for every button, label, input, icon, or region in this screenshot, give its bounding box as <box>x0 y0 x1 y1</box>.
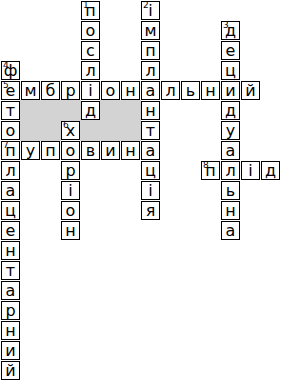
empty-cell <box>181 161 200 180</box>
empty-cell <box>101 221 120 240</box>
empty-cell <box>81 321 100 340</box>
empty-cell <box>221 361 240 380</box>
empty-cell <box>181 61 200 80</box>
empty-cell <box>201 141 220 160</box>
cell-r10-c3[interactable]: о <box>61 201 80 220</box>
cell-r5-c4[interactable]: д <box>81 101 100 120</box>
empty-cell <box>41 261 60 280</box>
crossword-board: 1п2іом3дспе4фллц5ембріональнийтдндо6хту7… <box>0 0 281 381</box>
cell-r0-c4[interactable]: 1п <box>81 1 100 20</box>
empty-cell <box>61 341 80 360</box>
empty-cell <box>41 41 60 60</box>
cell-r9-c7[interactable]: і <box>141 181 160 200</box>
empty-cell <box>161 181 180 200</box>
cell-r10-c11[interactable]: н <box>221 201 240 220</box>
empty-cell <box>101 301 120 320</box>
cell-r4-c11[interactable]: и <box>221 81 240 100</box>
empty-cell <box>121 321 140 340</box>
empty-cell <box>221 341 240 360</box>
cell-r11-c0[interactable]: е <box>1 221 20 240</box>
empty-cell <box>201 21 220 40</box>
cell-r4-c9[interactable]: ь <box>181 81 200 100</box>
empty-cell <box>101 21 120 40</box>
empty-cell <box>161 281 180 300</box>
empty-cell <box>21 21 40 40</box>
cell-r3-c0[interactable]: 4ф <box>1 61 20 80</box>
empty-cell <box>201 321 220 340</box>
empty-cell <box>41 301 60 320</box>
empty-cell <box>141 341 160 360</box>
cell-r16-c0[interactable]: н <box>1 321 20 340</box>
empty-cell <box>261 101 280 120</box>
clue-number-3: 3 <box>223 21 229 30</box>
empty-cell <box>261 301 280 320</box>
empty-cell <box>141 321 160 340</box>
empty-cell <box>181 41 200 60</box>
empty-cell <box>101 61 120 80</box>
empty-cell <box>241 321 260 340</box>
blocked-cell <box>80 120 101 141</box>
cell-r7-c2[interactable]: п <box>41 141 60 160</box>
cell-r4-c8[interactable]: л <box>161 81 180 100</box>
cell-r4-c1[interactable]: м <box>21 81 40 100</box>
empty-cell <box>21 221 40 240</box>
cell-r0-c7[interactable]: 2і <box>141 1 160 20</box>
empty-cell <box>21 1 40 20</box>
empty-cell <box>101 181 120 200</box>
empty-cell <box>241 201 260 220</box>
empty-cell <box>241 341 260 360</box>
cell-r8-c0[interactable]: л <box>1 161 20 180</box>
empty-cell <box>141 221 160 240</box>
empty-cell <box>261 181 280 200</box>
empty-cell <box>81 181 100 200</box>
empty-cell <box>181 221 200 240</box>
empty-cell <box>101 261 120 280</box>
empty-cell <box>101 321 120 340</box>
cell-r5-c0[interactable]: т <box>1 101 20 120</box>
empty-cell <box>201 181 220 200</box>
empty-cell <box>41 341 60 360</box>
empty-cell <box>141 241 160 260</box>
empty-cell <box>121 161 140 180</box>
empty-cell <box>201 301 220 320</box>
cell-r3-c4[interactable]: л <box>81 61 100 80</box>
empty-cell <box>261 41 280 60</box>
cell-r18-c0[interactable]: й <box>1 361 20 380</box>
cell-r11-c3[interactable]: н <box>61 221 80 240</box>
cell-r4-c7[interactable]: а <box>141 81 160 100</box>
empty-cell <box>161 241 180 260</box>
clue-number-6: 6 <box>63 121 69 130</box>
empty-cell <box>161 141 180 160</box>
blocked-cell <box>40 100 61 121</box>
cell-r4-c4[interactable]: і <box>81 81 100 100</box>
empty-cell <box>261 281 280 300</box>
cell-r1-c7[interactable]: м <box>141 21 160 40</box>
cell-r7-c5[interactable]: и <box>101 141 120 160</box>
cell-r10-c7[interactable]: я <box>141 201 160 220</box>
empty-cell <box>261 321 280 340</box>
empty-cell <box>161 361 180 380</box>
empty-cell <box>161 161 180 180</box>
cell-r5-c11[interactable]: д <box>221 101 240 120</box>
cell-r8-c10[interactable]: 8п <box>201 161 220 180</box>
cell-r3-c7[interactable]: л <box>141 61 160 80</box>
empty-cell <box>121 241 140 260</box>
empty-cell <box>201 101 220 120</box>
empty-cell <box>201 1 220 20</box>
cell-r8-c11[interactable]: л <box>221 161 240 180</box>
empty-cell <box>261 141 280 160</box>
empty-cell <box>201 121 220 140</box>
empty-cell <box>61 21 80 40</box>
cell-r15-c0[interactable]: р <box>1 301 20 320</box>
empty-cell <box>221 321 240 340</box>
empty-cell <box>241 221 260 240</box>
cell-r6-c3[interactable]: 6х <box>61 121 80 140</box>
empty-cell <box>181 121 200 140</box>
cell-r1-c4[interactable]: о <box>81 21 100 40</box>
empty-cell <box>21 201 40 220</box>
empty-cell <box>261 61 280 80</box>
empty-cell <box>61 261 80 280</box>
empty-cell <box>81 241 100 260</box>
empty-cell <box>61 301 80 320</box>
blocked-cell <box>100 100 121 121</box>
empty-cell <box>181 201 200 220</box>
cell-r4-c6[interactable]: н <box>121 81 140 100</box>
empty-cell <box>181 1 200 20</box>
empty-cell <box>121 221 140 240</box>
cell-r4-c12[interactable]: й <box>241 81 260 100</box>
empty-cell <box>201 341 220 360</box>
cell-r9-c11[interactable]: ь <box>221 181 240 200</box>
empty-cell <box>101 241 120 260</box>
empty-cell <box>241 141 260 160</box>
cell-r8-c7[interactable]: ц <box>141 161 160 180</box>
cell-r4-c10[interactable]: н <box>201 81 220 100</box>
empty-cell <box>61 61 80 80</box>
empty-cell <box>121 361 140 380</box>
clue-number-5: 5 <box>3 81 9 90</box>
empty-cell <box>61 1 80 20</box>
empty-cell <box>241 101 260 120</box>
cell-r1-c11[interactable]: 3д <box>221 21 240 40</box>
cell-r13-c0[interactable]: т <box>1 261 20 280</box>
cell-r14-c0[interactable]: а <box>1 281 20 300</box>
blocked-cell <box>100 120 121 141</box>
empty-cell <box>41 281 60 300</box>
empty-cell <box>21 161 40 180</box>
cell-r7-c4[interactable]: в <box>81 141 100 160</box>
empty-cell <box>181 261 200 280</box>
empty-cell <box>241 61 260 80</box>
empty-cell <box>201 241 220 260</box>
empty-cell <box>161 121 180 140</box>
clue-number-2: 2 <box>143 1 149 10</box>
blocked-cell <box>120 100 141 121</box>
empty-cell <box>201 221 220 240</box>
empty-cell <box>201 61 220 80</box>
empty-cell <box>1 41 20 60</box>
empty-cell <box>201 201 220 220</box>
empty-cell <box>101 281 120 300</box>
empty-cell <box>81 301 100 320</box>
empty-cell <box>21 261 40 280</box>
empty-cell <box>101 201 120 220</box>
cell-r2-c4[interactable]: с <box>81 41 100 60</box>
empty-cell <box>161 261 180 280</box>
empty-cell <box>41 221 60 240</box>
empty-cell <box>221 1 240 20</box>
empty-cell <box>161 341 180 360</box>
empty-cell <box>1 1 20 20</box>
cell-r4-c5[interactable]: о <box>101 81 120 100</box>
empty-cell <box>121 21 140 40</box>
empty-cell <box>221 261 240 280</box>
empty-cell <box>121 61 140 80</box>
clue-number-8: 8 <box>203 161 209 170</box>
empty-cell <box>121 201 140 220</box>
empty-cell <box>101 1 120 20</box>
empty-cell <box>161 61 180 80</box>
empty-cell <box>161 1 180 20</box>
empty-cell <box>181 101 200 120</box>
empty-cell <box>61 41 80 60</box>
cell-r7-c0[interactable]: 7п <box>1 141 20 160</box>
empty-cell <box>121 181 140 200</box>
empty-cell <box>161 201 180 220</box>
cell-r10-c0[interactable]: ц <box>1 201 20 220</box>
empty-cell <box>261 121 280 140</box>
empty-cell <box>41 61 60 80</box>
blocked-cell <box>120 120 141 141</box>
clue-number-4: 4 <box>3 61 9 70</box>
empty-cell <box>241 181 260 200</box>
empty-cell <box>261 201 280 220</box>
empty-cell <box>161 321 180 340</box>
empty-cell <box>201 41 220 60</box>
empty-cell <box>181 341 200 360</box>
empty-cell <box>21 241 40 260</box>
empty-cell <box>81 341 100 360</box>
empty-cell <box>41 241 60 260</box>
empty-cell <box>61 241 80 260</box>
empty-cell <box>21 181 40 200</box>
empty-cell <box>61 281 80 300</box>
blocked-cell <box>60 100 81 121</box>
empty-cell <box>261 341 280 360</box>
cell-r8-c3[interactable]: р <box>61 161 80 180</box>
empty-cell <box>121 1 140 20</box>
cell-r7-c3[interactable]: о <box>61 141 80 160</box>
empty-cell <box>121 41 140 60</box>
empty-cell <box>41 1 60 20</box>
clue-number-7: 7 <box>3 141 9 150</box>
empty-cell <box>181 301 200 320</box>
empty-cell <box>21 61 40 80</box>
empty-cell <box>61 321 80 340</box>
cell-r2-c7[interactable]: п <box>141 41 160 60</box>
empty-cell <box>181 141 200 160</box>
cell-r6-c0[interactable]: о <box>1 121 20 140</box>
cell-r8-c13[interactable]: д <box>261 161 280 180</box>
empty-cell <box>81 161 100 180</box>
empty-cell <box>181 241 200 260</box>
empty-cell <box>121 341 140 360</box>
empty-cell <box>141 301 160 320</box>
clue-number-1: 1 <box>83 1 89 10</box>
empty-cell <box>241 121 260 140</box>
cell-r9-c3[interactable]: і <box>61 181 80 200</box>
cell-r4-c2[interactable]: б <box>41 81 60 100</box>
empty-cell <box>201 361 220 380</box>
empty-cell <box>41 361 60 380</box>
cell-r7-c6[interactable]: н <box>121 141 140 160</box>
empty-cell <box>21 361 40 380</box>
cell-r6-c11[interactable]: у <box>221 121 240 140</box>
empty-cell <box>241 261 260 280</box>
cell-r6-c7[interactable]: т <box>141 121 160 140</box>
empty-cell <box>261 261 280 280</box>
blocked-cell <box>20 100 41 121</box>
empty-cell <box>201 281 220 300</box>
empty-cell <box>41 201 60 220</box>
cell-r7-c11[interactable]: а <box>221 141 240 160</box>
empty-cell <box>261 241 280 260</box>
empty-cell <box>81 221 100 240</box>
empty-cell <box>141 281 160 300</box>
empty-cell <box>121 281 140 300</box>
blocked-cell <box>40 120 61 141</box>
empty-cell <box>161 221 180 240</box>
cell-r5-c7[interactable]: н <box>141 101 160 120</box>
empty-cell <box>81 261 100 280</box>
empty-cell <box>261 361 280 380</box>
empty-cell <box>241 361 260 380</box>
cell-r8-c12[interactable]: і <box>241 161 260 180</box>
empty-cell <box>21 281 40 300</box>
empty-cell <box>241 1 260 20</box>
empty-cell <box>41 181 60 200</box>
empty-cell <box>21 341 40 360</box>
empty-cell <box>41 161 60 180</box>
cell-r4-c0[interactable]: 5е <box>1 81 20 100</box>
empty-cell <box>1 21 20 40</box>
empty-cell <box>161 301 180 320</box>
empty-cell <box>21 41 40 60</box>
empty-cell <box>141 361 160 380</box>
empty-cell <box>61 361 80 380</box>
empty-cell <box>101 341 120 360</box>
cell-r2-c11[interactable]: е <box>221 41 240 60</box>
cell-r9-c0[interactable]: а <box>1 181 20 200</box>
empty-cell <box>121 261 140 280</box>
empty-cell <box>161 41 180 60</box>
empty-cell <box>181 321 200 340</box>
empty-cell <box>101 41 120 60</box>
empty-cell <box>81 201 100 220</box>
empty-cell <box>41 21 60 40</box>
empty-cell <box>261 221 280 240</box>
cell-r12-c0[interactable]: н <box>1 241 20 260</box>
cell-r4-c3[interactable]: р <box>61 81 80 100</box>
empty-cell <box>241 41 260 60</box>
blocked-cell <box>20 120 41 141</box>
empty-cell <box>241 301 260 320</box>
empty-cell <box>41 321 60 340</box>
empty-cell <box>81 361 100 380</box>
empty-cell <box>141 261 160 280</box>
empty-cell <box>81 281 100 300</box>
empty-cell <box>241 21 260 40</box>
empty-cell <box>101 361 120 380</box>
cell-r17-c0[interactable]: и <box>1 341 20 360</box>
empty-cell <box>101 161 120 180</box>
empty-cell <box>221 281 240 300</box>
empty-cell <box>21 321 40 340</box>
cell-r7-c7[interactable]: а <box>141 141 160 160</box>
empty-cell <box>261 21 280 40</box>
empty-cell <box>181 21 200 40</box>
cell-r3-c11[interactable]: ц <box>221 61 240 80</box>
empty-cell <box>161 21 180 40</box>
empty-cell <box>241 281 260 300</box>
empty-cell <box>201 261 220 280</box>
empty-cell <box>181 361 200 380</box>
cell-r7-c1[interactable]: у <box>21 141 40 160</box>
empty-cell <box>121 301 140 320</box>
empty-cell <box>241 241 260 260</box>
empty-cell <box>221 301 240 320</box>
empty-cell <box>21 301 40 320</box>
cell-r11-c11[interactable]: а <box>221 221 240 240</box>
empty-cell <box>221 241 240 260</box>
empty-cell <box>181 281 200 300</box>
empty-cell <box>261 81 280 100</box>
empty-cell <box>161 101 180 120</box>
empty-cell <box>181 181 200 200</box>
empty-cell <box>261 1 280 20</box>
